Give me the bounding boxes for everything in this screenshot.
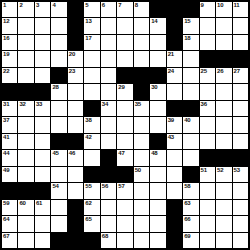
cell-10-11[interactable] — [167, 150, 182, 165]
cell-10-12[interactable] — [183, 150, 198, 165]
cell-14-6[interactable]: 65 — [84, 216, 99, 231]
cell-11-15[interactable]: 53 — [233, 167, 248, 182]
cell-5-11[interactable]: 24 — [167, 68, 182, 83]
cell-8-15[interactable] — [233, 117, 248, 132]
clue-number-51: 51 — [201, 167, 207, 174]
block-cell-11-6 — [84, 167, 99, 182]
clue-number-69: 69 — [184, 233, 190, 240]
cell-11-14[interactable]: 52 — [216, 167, 231, 182]
cell-10-8[interactable]: 47 — [117, 150, 132, 165]
cell-4-1[interactable]: 19 — [2, 51, 17, 66]
block-cell-1-5 — [68, 2, 83, 17]
cell-14-4[interactable] — [51, 216, 66, 231]
cell-9-3[interactable] — [35, 134, 50, 149]
clue-number-43: 43 — [168, 134, 174, 141]
cell-9-7[interactable] — [101, 134, 116, 149]
cell-7-14[interactable] — [216, 101, 231, 116]
cell-2-8[interactable] — [117, 18, 132, 33]
cell-9-6[interactable]: 42 — [84, 134, 99, 149]
clue-number-40: 40 — [184, 117, 190, 124]
clue-number-16: 16 — [3, 35, 9, 42]
block-cell-11-7 — [101, 167, 116, 182]
clue-number-37: 37 — [3, 117, 9, 124]
clue-number-55: 55 — [85, 183, 91, 190]
cell-12-13[interactable] — [200, 183, 215, 198]
cell-15-9[interactable] — [134, 233, 149, 248]
block-cell-2-5 — [68, 18, 83, 33]
cell-15-3[interactable] — [35, 233, 50, 248]
cell-8-6[interactable]: 38 — [84, 117, 99, 132]
cell-8-14[interactable] — [216, 117, 231, 132]
cell-3-9[interactable] — [134, 35, 149, 50]
cell-13-4[interactable] — [51, 200, 66, 215]
cell-12-9[interactable] — [134, 183, 149, 198]
cell-14-2[interactable] — [18, 216, 33, 231]
cell-2-7[interactable] — [101, 18, 116, 33]
block-cell-12-1 — [2, 183, 17, 198]
cell-8-1[interactable]: 37 — [2, 117, 17, 132]
block-cell-10-7 — [101, 150, 116, 165]
cell-14-15[interactable] — [233, 216, 248, 231]
clue-number-8: 8 — [135, 2, 138, 9]
block-cell-9-5 — [68, 134, 83, 149]
cell-10-2[interactable] — [18, 150, 33, 165]
cell-2-9[interactable] — [134, 18, 149, 33]
cell-3-7[interactable] — [101, 35, 116, 50]
cell-2-15[interactable] — [233, 18, 248, 33]
clue-number-65: 65 — [85, 216, 91, 223]
cell-2-2[interactable] — [18, 18, 33, 33]
cell-8-13[interactable] — [200, 117, 215, 132]
cell-3-3[interactable] — [35, 35, 50, 50]
cell-12-11[interactable] — [167, 183, 182, 198]
cell-6-6[interactable] — [84, 84, 99, 99]
cell-1-9[interactable]: 8 — [134, 2, 149, 17]
cell-15-2[interactable] — [18, 233, 33, 248]
clue-number-5: 5 — [85, 2, 88, 9]
clue-number-3: 3 — [36, 2, 39, 9]
clue-number-41: 41 — [3, 134, 9, 141]
block-cell-13-11 — [167, 200, 182, 215]
cell-2-10[interactable]: 14 — [150, 18, 165, 33]
cell-6-5[interactable] — [68, 84, 83, 99]
cell-4-11[interactable]: 21 — [167, 51, 182, 66]
clue-number-53: 53 — [234, 167, 240, 174]
clue-number-1: 1 — [3, 2, 6, 9]
clue-number-11: 11 — [234, 2, 240, 9]
block-cell-4-13 — [200, 51, 215, 66]
cell-6-15[interactable] — [233, 84, 248, 99]
cell-3-12[interactable]: 18 — [183, 35, 198, 50]
cell-12-10[interactable] — [150, 183, 165, 198]
block-cell-14-5 — [68, 216, 83, 231]
clue-number-9: 9 — [201, 2, 204, 9]
block-cell-10-13 — [200, 150, 215, 165]
cell-14-3[interactable] — [35, 216, 50, 231]
block-cell-15-11 — [167, 233, 182, 248]
clue-number-13: 13 — [85, 18, 91, 25]
cell-3-8[interactable] — [117, 35, 132, 50]
cell-1-13[interactable]: 9 — [200, 2, 215, 17]
cell-1-4[interactable]: 4 — [51, 2, 66, 17]
cell-1-2[interactable]: 2 — [18, 2, 33, 17]
cell-2-1[interactable]: 12 — [2, 18, 17, 33]
cell-3-13[interactable] — [200, 35, 215, 50]
clue-number-24: 24 — [168, 68, 174, 75]
clue-number-63: 63 — [184, 200, 190, 207]
cell-1-7[interactable]: 6 — [101, 2, 116, 17]
cell-7-2[interactable]: 32 — [18, 101, 33, 116]
cell-13-7[interactable] — [101, 200, 116, 215]
cell-7-10[interactable] — [150, 101, 165, 116]
cell-11-10[interactable] — [150, 167, 165, 182]
block-cell-5-9 — [134, 68, 149, 83]
cell-6-7[interactable] — [101, 84, 116, 99]
clue-number-59: 59 — [3, 200, 9, 207]
cell-14-1[interactable]: 64 — [2, 216, 17, 231]
cell-15-13[interactable] — [200, 233, 215, 248]
cell-12-14[interactable] — [216, 183, 231, 198]
cell-10-4[interactable]: 45 — [51, 150, 66, 165]
cell-12-6[interactable]: 55 — [84, 183, 99, 198]
cell-11-1[interactable]: 49 — [2, 167, 17, 182]
block-cell-6-3 — [35, 84, 50, 99]
clue-number-25: 25 — [201, 68, 207, 75]
cell-14-7[interactable] — [101, 216, 116, 231]
clue-number-4: 4 — [52, 2, 55, 9]
cell-3-2[interactable] — [18, 35, 33, 50]
cell-14-10[interactable] — [150, 216, 165, 231]
cell-15-15[interactable] — [233, 233, 248, 248]
block-cell-7-12 — [183, 101, 198, 116]
cell-5-13[interactable]: 25 — [200, 68, 215, 83]
cell-5-3[interactable] — [35, 68, 50, 83]
clue-number-34: 34 — [102, 101, 108, 108]
cell-3-6[interactable]: 17 — [84, 35, 99, 50]
clue-number-47: 47 — [118, 150, 124, 157]
cell-13-8[interactable] — [117, 200, 132, 215]
cell-6-12[interactable] — [183, 84, 198, 99]
clue-number-26: 26 — [217, 68, 223, 75]
cell-7-5[interactable] — [68, 101, 83, 116]
clue-number-35: 35 — [135, 101, 141, 108]
clue-number-42: 42 — [85, 134, 91, 141]
cell-11-2[interactable] — [18, 167, 33, 182]
cell-8-2[interactable] — [18, 117, 33, 132]
block-cell-9-10 — [150, 134, 165, 149]
cell-5-7[interactable] — [101, 68, 116, 83]
cell-11-3[interactable] — [35, 167, 50, 182]
clue-number-23: 23 — [69, 68, 75, 75]
block-cell-9-4 — [51, 134, 66, 149]
cell-8-9[interactable] — [134, 117, 149, 132]
block-cell-13-5 — [68, 200, 83, 215]
cell-1-1[interactable]: 1 — [2, 2, 17, 17]
cell-12-7[interactable]: 56 — [101, 183, 116, 198]
cell-11-5[interactable] — [68, 167, 83, 182]
cell-9-11[interactable]: 43 — [167, 134, 182, 149]
clue-number-10: 10 — [217, 2, 223, 9]
cell-4-5[interactable]: 20 — [68, 51, 83, 66]
cell-7-15[interactable] — [233, 101, 248, 116]
cell-9-2[interactable] — [18, 134, 33, 149]
cell-2-13[interactable] — [200, 18, 215, 33]
cell-2-6[interactable]: 13 — [84, 18, 99, 33]
clue-number-15: 15 — [184, 18, 190, 25]
cell-3-15[interactable] — [233, 35, 248, 50]
cell-11-13[interactable]: 51 — [200, 167, 215, 182]
cell-4-3[interactable] — [35, 51, 50, 66]
clue-number-12: 12 — [3, 18, 9, 25]
block-cell-11-12 — [183, 167, 198, 182]
cell-1-14[interactable]: 10 — [216, 2, 231, 17]
cell-13-10[interactable] — [150, 200, 165, 215]
cell-10-1[interactable]: 44 — [2, 150, 17, 165]
clue-number-30: 30 — [151, 84, 157, 91]
clue-number-61: 61 — [36, 200, 42, 207]
cell-7-3[interactable]: 33 — [35, 101, 50, 116]
cell-4-6[interactable] — [84, 51, 99, 66]
cell-1-8[interactable]: 7 — [117, 2, 132, 17]
cell-6-14[interactable] — [216, 84, 231, 99]
clue-number-56: 56 — [102, 183, 108, 190]
cell-9-9[interactable] — [134, 134, 149, 149]
cell-12-15[interactable] — [233, 183, 248, 198]
block-cell-5-10 — [150, 68, 165, 83]
block-cell-3-5 — [68, 35, 83, 50]
cell-8-4[interactable] — [51, 117, 66, 132]
cell-10-10[interactable]: 48 — [150, 150, 165, 165]
cell-13-3[interactable]: 61 — [35, 200, 50, 215]
cell-8-11[interactable]: 39 — [167, 117, 182, 132]
crossword-grid: 1234567891011121314151617181920212223242… — [0, 0, 250, 250]
cell-12-12[interactable]: 58 — [183, 183, 198, 198]
cell-12-8[interactable]: 57 — [117, 183, 132, 198]
clue-number-66: 66 — [184, 216, 190, 223]
cell-13-6[interactable]: 62 — [84, 200, 99, 215]
cell-6-8[interactable]: 29 — [117, 84, 132, 99]
cell-8-7[interactable] — [101, 117, 116, 132]
block-cell-5-8 — [117, 68, 132, 83]
cell-8-12[interactable]: 40 — [183, 117, 198, 132]
cell-7-9[interactable]: 35 — [134, 101, 149, 116]
clue-number-14: 14 — [151, 18, 157, 25]
cell-15-7[interactable]: 68 — [101, 233, 116, 248]
clue-number-29: 29 — [118, 84, 124, 91]
clue-number-48: 48 — [151, 150, 157, 157]
cell-13-2[interactable]: 60 — [18, 200, 33, 215]
cell-14-9[interactable] — [134, 216, 149, 231]
cell-11-4[interactable] — [51, 167, 66, 182]
cell-3-14[interactable] — [216, 35, 231, 50]
cell-3-4[interactable] — [51, 35, 66, 50]
cell-2-3[interactable] — [35, 18, 50, 33]
clue-number-64: 64 — [3, 216, 9, 223]
cell-7-13[interactable]: 36 — [200, 101, 215, 116]
clue-number-39: 39 — [168, 117, 174, 124]
cell-14-8[interactable] — [117, 216, 132, 231]
cell-10-3[interactable] — [35, 150, 50, 165]
cell-14-13[interactable] — [200, 216, 215, 231]
cell-2-14[interactable] — [216, 18, 231, 33]
cell-3-10[interactable] — [150, 35, 165, 50]
cell-1-6[interactable]: 5 — [84, 2, 99, 17]
block-cell-12-2 — [18, 183, 33, 198]
cell-4-7[interactable] — [101, 51, 116, 66]
block-cell-14-11 — [167, 216, 182, 231]
cell-7-4[interactable] — [51, 101, 66, 116]
cell-13-13[interactable] — [200, 200, 215, 215]
cell-9-8[interactable] — [117, 134, 132, 149]
cell-13-14[interactable] — [216, 200, 231, 215]
cell-15-14[interactable] — [216, 233, 231, 248]
clue-number-17: 17 — [85, 35, 91, 42]
block-cell-4-14 — [216, 51, 231, 66]
block-cell-6-1 — [2, 84, 17, 99]
cell-1-3[interactable]: 3 — [35, 2, 50, 17]
clue-number-28: 28 — [52, 84, 58, 91]
block-cell-11-8 — [117, 167, 132, 182]
cell-6-11[interactable] — [167, 84, 182, 99]
clue-number-44: 44 — [3, 150, 9, 157]
block-cell-7-11 — [167, 101, 182, 116]
cell-1-15[interactable]: 11 — [233, 2, 248, 17]
cell-5-6[interactable] — [84, 68, 99, 83]
cell-4-2[interactable] — [18, 51, 33, 66]
cell-2-4[interactable] — [51, 18, 66, 33]
cell-6-13[interactable] — [200, 84, 215, 99]
clue-number-20: 20 — [69, 51, 75, 58]
cell-15-12[interactable]: 69 — [183, 233, 198, 248]
cell-7-1[interactable]: 31 — [2, 101, 17, 116]
cell-14-12[interactable]: 66 — [183, 216, 198, 231]
cell-3-1[interactable]: 16 — [2, 35, 17, 50]
cell-8-10[interactable] — [150, 117, 165, 132]
clue-number-21: 21 — [168, 51, 174, 58]
clue-number-54: 54 — [52, 183, 58, 190]
block-cell-15-4 — [51, 233, 66, 248]
cell-15-10[interactable] — [150, 233, 165, 248]
clue-number-58: 58 — [184, 183, 190, 190]
block-cell-1-10 — [150, 2, 165, 17]
block-cell-15-6 — [84, 233, 99, 248]
clue-number-46: 46 — [69, 150, 75, 157]
block-cell-6-9 — [134, 84, 149, 99]
cell-4-12[interactable] — [183, 51, 198, 66]
cell-9-14[interactable] — [216, 134, 231, 149]
clue-number-6: 6 — [102, 2, 105, 9]
cell-9-1[interactable]: 41 — [2, 134, 17, 149]
clue-number-7: 7 — [118, 2, 121, 9]
cell-10-5[interactable]: 46 — [68, 150, 83, 165]
cell-5-12[interactable] — [183, 68, 198, 83]
block-cell-1-11 — [167, 2, 182, 17]
cell-12-5[interactable] — [68, 183, 83, 198]
cell-6-4[interactable]: 28 — [51, 84, 66, 99]
clue-number-18: 18 — [184, 35, 190, 42]
block-cell-4-15 — [233, 51, 248, 66]
clue-number-36: 36 — [201, 101, 207, 108]
cell-11-11[interactable] — [167, 167, 182, 182]
cell-14-14[interactable] — [216, 216, 231, 231]
cell-4-10[interactable] — [150, 51, 165, 66]
clue-number-62: 62 — [85, 200, 91, 207]
clue-number-31: 31 — [3, 101, 9, 108]
clue-number-19: 19 — [3, 51, 9, 58]
clue-number-2: 2 — [19, 2, 22, 9]
cell-5-5[interactable]: 23 — [68, 68, 83, 83]
cell-5-15[interactable]: 27 — [233, 68, 248, 83]
clue-number-45: 45 — [52, 150, 58, 157]
clue-number-60: 60 — [19, 200, 25, 207]
cell-5-2[interactable] — [18, 68, 33, 83]
clue-number-67: 67 — [3, 233, 9, 240]
cell-7-8[interactable] — [117, 101, 132, 116]
cell-15-8[interactable] — [117, 233, 132, 248]
cell-13-1[interactable]: 59 — [2, 200, 17, 215]
cell-4-9[interactable] — [134, 51, 149, 66]
cell-10-9[interactable] — [134, 150, 149, 165]
cell-6-10[interactable]: 30 — [150, 84, 165, 99]
cell-4-4[interactable] — [51, 51, 66, 66]
cell-8-3[interactable] — [35, 117, 50, 132]
clue-number-32: 32 — [19, 101, 25, 108]
block-cell-10-14 — [216, 150, 231, 165]
cell-7-7[interactable]: 34 — [101, 101, 116, 116]
cell-9-15[interactable] — [233, 134, 248, 149]
cell-8-5[interactable] — [68, 117, 83, 132]
cell-5-1[interactable]: 22 — [2, 68, 17, 83]
cell-12-4[interactable]: 54 — [51, 183, 66, 198]
block-cell-12-3 — [35, 183, 50, 198]
block-cell-10-15 — [233, 150, 248, 165]
cell-9-13[interactable] — [200, 134, 215, 149]
cell-15-1[interactable]: 67 — [2, 233, 17, 248]
clue-number-33: 33 — [36, 101, 42, 108]
block-cell-15-5 — [68, 233, 83, 248]
clue-number-68: 68 — [102, 233, 108, 240]
cell-13-12[interactable]: 63 — [183, 200, 198, 215]
clue-number-49: 49 — [3, 167, 9, 174]
block-cell-1-12 — [183, 2, 198, 17]
block-cell-2-11 — [167, 18, 182, 33]
cell-2-12[interactable]: 15 — [183, 18, 198, 33]
clue-number-52: 52 — [217, 167, 223, 174]
cell-13-9[interactable] — [134, 200, 149, 215]
clue-number-57: 57 — [118, 183, 124, 190]
clue-number-50: 50 — [135, 167, 141, 174]
block-cell-5-4 — [51, 68, 66, 83]
cell-5-14[interactable]: 26 — [216, 68, 231, 83]
cell-4-8[interactable] — [117, 51, 132, 66]
cell-8-8[interactable] — [117, 117, 132, 132]
block-cell-3-11 — [167, 35, 182, 50]
cell-13-15[interactable] — [233, 200, 248, 215]
clue-number-22: 22 — [3, 68, 9, 75]
cell-9-12[interactable] — [183, 134, 198, 149]
cell-11-9[interactable]: 50 — [134, 167, 149, 182]
clue-number-38: 38 — [85, 117, 91, 124]
block-cell-6-2 — [18, 84, 33, 99]
cell-10-6[interactable] — [84, 150, 99, 165]
clue-number-27: 27 — [234, 68, 240, 75]
block-cell-7-6 — [84, 101, 99, 116]
